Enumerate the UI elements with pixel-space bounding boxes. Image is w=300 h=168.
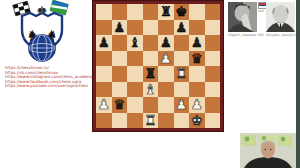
square-e3 [158, 82, 174, 98]
square-g4 [189, 66, 205, 82]
square-a1 [96, 113, 112, 129]
square-f6 [174, 35, 190, 51]
square-f3 [174, 82, 190, 98]
square-g8 [189, 4, 205, 20]
piece-white-bishop: ♝ [144, 82, 156, 98]
square-g7 [189, 20, 205, 36]
square-a3 [96, 82, 112, 98]
piece-white-pawn: ♟ [191, 97, 203, 113]
square-g3 [189, 82, 205, 98]
piece-black-king: ♚ [175, 4, 187, 20]
piece-white-rook: ♜ [144, 113, 156, 129]
square-f4: ♜ [174, 66, 190, 82]
square-f1 [174, 113, 190, 129]
square-e2 [158, 97, 174, 113]
square-a2: ♟ [96, 97, 112, 113]
square-h2 [205, 97, 221, 113]
square-h4 [205, 66, 221, 82]
square-c2 [127, 97, 143, 113]
square-c3 [127, 82, 143, 98]
piece-black-pawn: ♟ [191, 35, 203, 51]
square-b5 [112, 51, 128, 67]
square-g5: ♛ [189, 51, 205, 67]
square-a7 [96, 20, 112, 36]
piece-black-pawn: ♟ [175, 20, 187, 36]
square-c6: ♝ [127, 35, 143, 51]
piece-black-queen: ♛ [113, 97, 125, 113]
square-a6: ♟ [96, 35, 112, 51]
player-caption-black: Gligoric, Svetozar (38) [228, 34, 268, 37]
stream-frame: ♚ ♞ ♞ https://chesshmao.ru/https://vk.co… [0, 0, 300, 168]
square-d1: ♜ [143, 113, 159, 129]
square-f2: ♟ [174, 97, 190, 113]
square-e7 [158, 20, 174, 36]
square-d3: ♝ [143, 82, 159, 98]
square-e4 [158, 66, 174, 82]
presenter-webcam [240, 133, 296, 168]
square-b1 [112, 113, 128, 129]
square-c7 [127, 20, 143, 36]
square-b6 [112, 35, 128, 51]
square-c5 [127, 51, 143, 67]
piece-white-rook: ♜ [175, 66, 187, 82]
square-e6: ♟ [158, 35, 174, 51]
square-d4: ♜ [143, 66, 159, 82]
square-h8 [205, 4, 221, 20]
square-d5 [143, 51, 159, 67]
chess-academy-logo: ♚ ♞ ♞ [8, 0, 76, 63]
piece-white-pawn: ♟ [160, 51, 172, 67]
square-f5 [174, 51, 190, 67]
square-e8: ♜ [158, 4, 174, 20]
square-h1 [205, 113, 221, 129]
piece-white-pawn: ♟ [98, 97, 110, 113]
square-b8 [112, 4, 128, 20]
square-h5 [205, 51, 221, 67]
player-card-white: RUS Smyslov, Vassily V. (52) [266, 2, 300, 37]
square-e5: ♟ [158, 51, 174, 67]
piece-black-pawn: ♟ [160, 35, 172, 51]
piece-white-king: ♚ [191, 113, 203, 129]
square-g1: ♚ [189, 113, 205, 129]
square-e1 [158, 113, 174, 129]
piece-black-pawn: ♟ [98, 35, 110, 51]
square-b7: ♟ [112, 20, 128, 36]
player-photo-black [228, 2, 257, 32]
square-d8 [143, 4, 159, 20]
chess-board: ♜♚♟♟♟♝♟♟♟♛♜♜♝♟♛♟♟♜♚ [93, 1, 223, 131]
square-h3 [205, 82, 221, 98]
piece-black-pawn: ♟ [113, 20, 125, 36]
globe-icon [29, 35, 56, 62]
square-b4 [112, 66, 128, 82]
square-a4 [96, 66, 112, 82]
piece-black-rook: ♜ [160, 4, 172, 20]
square-c4 [127, 66, 143, 82]
player-card-black: SRB Gligoric, Svetozar (38) [228, 2, 268, 37]
square-b3 [112, 82, 128, 98]
square-g2: ♟ [189, 97, 205, 113]
square-d2 [143, 97, 159, 113]
square-d6 [143, 35, 159, 51]
piece-black-bishop: ♝ [129, 35, 141, 51]
square-h7 [205, 20, 221, 36]
player-photo-white [266, 2, 295, 32]
square-c8 [127, 4, 143, 20]
square-a5 [96, 51, 112, 67]
piece-black-queen: ♛ [191, 51, 203, 67]
square-c1 [127, 113, 143, 129]
player-caption-white: Smyslov, Vassily V. (52) [266, 34, 300, 37]
square-b2: ♛ [112, 97, 128, 113]
right-edge-strip [296, 0, 300, 168]
square-h6 [205, 35, 221, 51]
square-a8 [96, 4, 112, 20]
piece-black-rook: ♜ [144, 66, 156, 82]
piece-white-pawn: ♟ [175, 97, 187, 113]
square-g6: ♟ [189, 35, 205, 51]
square-f7: ♟ [174, 20, 190, 36]
square-d7 [143, 20, 159, 36]
square-f8: ♚ [174, 4, 190, 20]
